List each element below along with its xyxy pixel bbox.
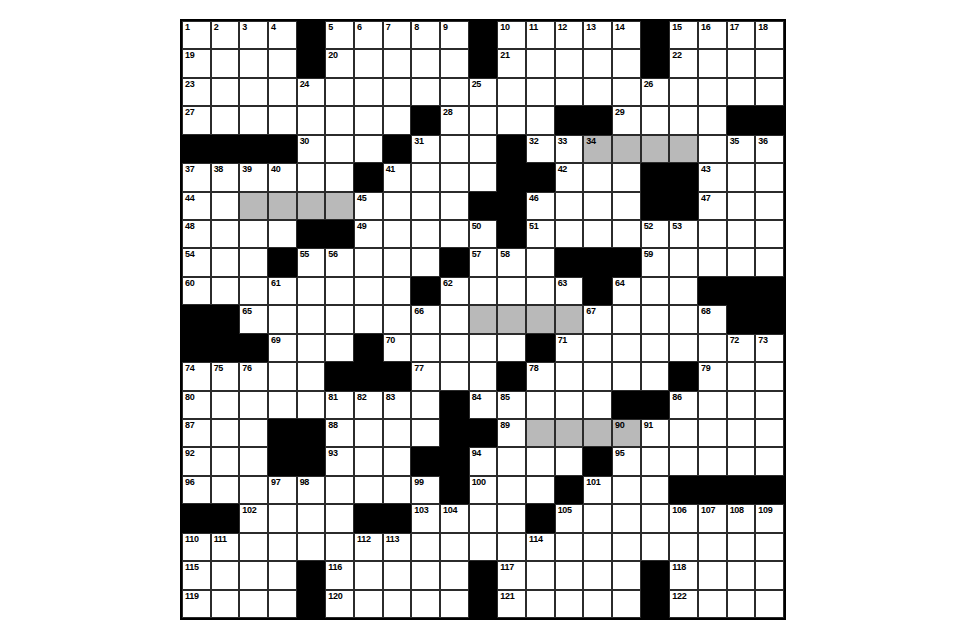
cell-r11c8[interactable] <box>383 305 412 333</box>
cell-r20c14[interactable] <box>555 561 584 589</box>
cell-r17c16[interactable] <box>612 476 641 504</box>
cell-r4c11[interactable] <box>469 106 498 134</box>
cell-r13c20[interactable] <box>727 362 756 390</box>
cell-r20c15[interactable] <box>583 561 612 589</box>
cell-r12c4[interactable]: 69 <box>268 334 297 362</box>
cell-r15c21[interactable] <box>755 419 784 447</box>
cell-r9c9[interactable] <box>411 248 440 276</box>
cell-r3c16[interactable] <box>612 78 641 106</box>
cell-r6c20[interactable] <box>727 163 756 191</box>
cell-r18c10[interactable]: 104 <box>440 504 469 532</box>
cell-r17c2[interactable] <box>211 476 240 504</box>
cell-r2c13[interactable] <box>526 49 555 77</box>
cell-r1c6[interactable]: 5 <box>325 21 354 49</box>
cell-r20c4[interactable] <box>268 561 297 589</box>
cell-r10c17[interactable] <box>641 277 670 305</box>
cell-r1c7[interactable]: 6 <box>354 21 383 49</box>
cell-r12c20[interactable]: 72 <box>727 334 756 362</box>
cell-r2c8[interactable] <box>383 49 412 77</box>
cell-r5c11[interactable] <box>469 135 498 163</box>
cell-r17c4[interactable]: 97 <box>268 476 297 504</box>
cell-r14c3[interactable] <box>239 391 268 419</box>
cell-r4c3[interactable] <box>239 106 268 134</box>
cell-r1c19[interactable]: 16 <box>698 21 727 49</box>
cell-r3c13[interactable] <box>526 78 555 106</box>
cell-r20c19[interactable] <box>698 561 727 589</box>
cell-r19c21[interactable] <box>755 533 784 561</box>
cell-r9c11[interactable]: 57 <box>469 248 498 276</box>
cell-r19c15[interactable] <box>583 533 612 561</box>
cell-r2c3[interactable] <box>239 49 268 77</box>
cell-r6c4[interactable]: 40 <box>268 163 297 191</box>
cell-r10c12[interactable] <box>497 277 526 305</box>
cell-r7c15[interactable] <box>583 192 612 220</box>
cell-r19c10[interactable] <box>440 533 469 561</box>
cell-r1c15[interactable]: 13 <box>583 21 612 49</box>
cell-r6c1[interactable]: 37 <box>182 163 211 191</box>
cell-r6c2[interactable]: 38 <box>211 163 240 191</box>
cell-r19c14[interactable] <box>555 533 584 561</box>
cell-r13c13[interactable]: 78 <box>526 362 555 390</box>
cell-r3c9[interactable] <box>411 78 440 106</box>
cell-r5c18[interactable] <box>669 135 698 163</box>
cell-r20c6[interactable]: 116 <box>325 561 354 589</box>
cell-r18c11[interactable] <box>469 504 498 532</box>
cell-r12c19[interactable] <box>698 334 727 362</box>
cell-r20c18[interactable]: 118 <box>669 561 698 589</box>
cell-r8c11[interactable]: 50 <box>469 220 498 248</box>
cell-r3c4[interactable] <box>268 78 297 106</box>
cell-r14c2[interactable] <box>211 391 240 419</box>
cell-r20c13[interactable] <box>526 561 555 589</box>
cell-r14c13[interactable] <box>526 391 555 419</box>
cell-r11c11[interactable] <box>469 305 498 333</box>
cell-r3c6[interactable] <box>325 78 354 106</box>
cell-r4c2[interactable] <box>211 106 240 134</box>
cell-r7c1[interactable]: 44 <box>182 192 211 220</box>
cell-r20c7[interactable] <box>354 561 383 589</box>
cell-r5c16[interactable] <box>612 135 641 163</box>
cell-r2c6[interactable]: 20 <box>325 49 354 77</box>
cell-r9c17[interactable]: 59 <box>641 248 670 276</box>
cell-r19c6[interactable] <box>325 533 354 561</box>
cell-r10c2[interactable] <box>211 277 240 305</box>
cell-r5c7[interactable] <box>354 135 383 163</box>
cell-r10c14[interactable]: 63 <box>555 277 584 305</box>
cell-r11c15[interactable]: 67 <box>583 305 612 333</box>
cell-r12c18[interactable] <box>669 334 698 362</box>
cell-r12c8[interactable]: 70 <box>383 334 412 362</box>
cell-r1c18[interactable]: 15 <box>669 21 698 49</box>
cell-r16c19[interactable] <box>698 447 727 475</box>
cell-r12c17[interactable] <box>641 334 670 362</box>
cell-r20c9[interactable] <box>411 561 440 589</box>
cell-r13c2[interactable]: 75 <box>211 362 240 390</box>
cell-r21c15[interactable] <box>583 590 612 618</box>
cell-r5c17[interactable] <box>641 135 670 163</box>
cell-r14c15[interactable] <box>583 391 612 419</box>
cell-r6c10[interactable] <box>440 163 469 191</box>
cell-r21c8[interactable] <box>383 590 412 618</box>
cell-r13c17[interactable] <box>641 362 670 390</box>
cell-r20c20[interactable] <box>727 561 756 589</box>
cell-r13c21[interactable] <box>755 362 784 390</box>
cell-r15c14[interactable] <box>555 419 584 447</box>
cell-r5c20[interactable]: 35 <box>727 135 756 163</box>
cell-r8c2[interactable] <box>211 220 240 248</box>
cell-r21c13[interactable] <box>526 590 555 618</box>
cell-r11c6[interactable] <box>325 305 354 333</box>
cell-r19c17[interactable] <box>641 533 670 561</box>
cell-r10c4[interactable]: 61 <box>268 277 297 305</box>
cell-r8c7[interactable]: 49 <box>354 220 383 248</box>
cell-r20c1[interactable]: 115 <box>182 561 211 589</box>
cell-r9c19[interactable] <box>698 248 727 276</box>
cell-r4c12[interactable] <box>497 106 526 134</box>
cell-r19c4[interactable] <box>268 533 297 561</box>
cell-r9c20[interactable] <box>727 248 756 276</box>
cell-r19c8[interactable]: 113 <box>383 533 412 561</box>
cell-r5c14[interactable]: 33 <box>555 135 584 163</box>
cell-r11c4[interactable] <box>268 305 297 333</box>
cell-r15c18[interactable] <box>669 419 698 447</box>
cell-r18c14[interactable]: 105 <box>555 504 584 532</box>
cell-r1c2[interactable]: 2 <box>211 21 240 49</box>
cell-r4c10[interactable]: 28 <box>440 106 469 134</box>
cell-r13c10[interactable] <box>440 362 469 390</box>
cell-r6c15[interactable] <box>583 163 612 191</box>
cell-r21c21[interactable] <box>755 590 784 618</box>
cell-r17c17[interactable] <box>641 476 670 504</box>
cell-r21c3[interactable] <box>239 590 268 618</box>
cell-r2c1[interactable]: 19 <box>182 49 211 77</box>
cell-r17c12[interactable] <box>497 476 526 504</box>
cell-r11c7[interactable] <box>354 305 383 333</box>
cell-r2c12[interactable]: 21 <box>497 49 526 77</box>
cell-r15c7[interactable] <box>354 419 383 447</box>
cell-r21c2[interactable] <box>211 590 240 618</box>
cell-r2c15[interactable] <box>583 49 612 77</box>
cell-r8c8[interactable] <box>383 220 412 248</box>
cell-r6c21[interactable] <box>755 163 784 191</box>
cell-r16c18[interactable] <box>669 447 698 475</box>
cell-r20c12[interactable]: 117 <box>497 561 526 589</box>
cell-r18c15[interactable] <box>583 504 612 532</box>
cell-r1c4[interactable]: 4 <box>268 21 297 49</box>
cell-r18c6[interactable] <box>325 504 354 532</box>
cell-r2c16[interactable] <box>612 49 641 77</box>
cell-r1c12[interactable]: 10 <box>497 21 526 49</box>
cell-r13c16[interactable] <box>612 362 641 390</box>
cell-r17c6[interactable] <box>325 476 354 504</box>
cell-r17c7[interactable] <box>354 476 383 504</box>
cell-r16c17[interactable] <box>641 447 670 475</box>
cell-r3c19[interactable] <box>698 78 727 106</box>
cell-r1c14[interactable]: 12 <box>555 21 584 49</box>
cell-r21c9[interactable] <box>411 590 440 618</box>
cell-r21c14[interactable] <box>555 590 584 618</box>
cell-r18c17[interactable] <box>641 504 670 532</box>
cell-r8c3[interactable] <box>239 220 268 248</box>
cell-r10c10[interactable]: 62 <box>440 277 469 305</box>
cell-r4c1[interactable]: 27 <box>182 106 211 134</box>
cell-r18c5[interactable] <box>297 504 326 532</box>
cell-r4c19[interactable] <box>698 106 727 134</box>
cell-r5c10[interactable] <box>440 135 469 163</box>
cell-r9c6[interactable]: 56 <box>325 248 354 276</box>
cell-r8c10[interactable] <box>440 220 469 248</box>
cell-r3c1[interactable]: 23 <box>182 78 211 106</box>
cell-r16c14[interactable] <box>555 447 584 475</box>
cell-r17c3[interactable] <box>239 476 268 504</box>
cell-r14c5[interactable] <box>297 391 326 419</box>
cell-r16c1[interactable]: 92 <box>182 447 211 475</box>
cell-r16c11[interactable]: 94 <box>469 447 498 475</box>
cell-r1c3[interactable]: 3 <box>239 21 268 49</box>
cell-r16c7[interactable] <box>354 447 383 475</box>
cell-r15c2[interactable] <box>211 419 240 447</box>
cell-r12c16[interactable] <box>612 334 641 362</box>
cell-r2c18[interactable]: 22 <box>669 49 698 77</box>
cell-r12c12[interactable] <box>497 334 526 362</box>
cell-r14c1[interactable]: 80 <box>182 391 211 419</box>
cell-r21c4[interactable] <box>268 590 297 618</box>
cell-r5c15[interactable]: 34 <box>583 135 612 163</box>
cell-r7c14[interactable] <box>555 192 584 220</box>
cell-r6c11[interactable] <box>469 163 498 191</box>
cell-r9c7[interactable] <box>354 248 383 276</box>
cell-r14c7[interactable]: 82 <box>354 391 383 419</box>
cell-r14c11[interactable]: 84 <box>469 391 498 419</box>
cell-r1c20[interactable]: 17 <box>727 21 756 49</box>
cell-r3c8[interactable] <box>383 78 412 106</box>
cell-r8c1[interactable]: 48 <box>182 220 211 248</box>
cell-r3c15[interactable] <box>583 78 612 106</box>
cell-r4c17[interactable] <box>641 106 670 134</box>
cell-r21c10[interactable] <box>440 590 469 618</box>
cell-r16c21[interactable] <box>755 447 784 475</box>
cell-r14c21[interactable] <box>755 391 784 419</box>
cell-r7c2[interactable] <box>211 192 240 220</box>
cell-r2c14[interactable] <box>555 49 584 77</box>
cell-r16c8[interactable] <box>383 447 412 475</box>
cell-r19c11[interactable] <box>469 533 498 561</box>
cell-r7c7[interactable]: 45 <box>354 192 383 220</box>
cell-r14c18[interactable]: 86 <box>669 391 698 419</box>
cell-r10c18[interactable] <box>669 277 698 305</box>
cell-r15c3[interactable] <box>239 419 268 447</box>
cell-r9c21[interactable] <box>755 248 784 276</box>
cell-r19c5[interactable] <box>297 533 326 561</box>
cell-r19c2[interactable]: 111 <box>211 533 240 561</box>
cell-r7c6[interactable] <box>325 192 354 220</box>
cell-r11c19[interactable]: 68 <box>698 305 727 333</box>
cell-r6c19[interactable]: 43 <box>698 163 727 191</box>
cell-r13c11[interactable] <box>469 362 498 390</box>
cell-r19c20[interactable] <box>727 533 756 561</box>
cell-r14c12[interactable]: 85 <box>497 391 526 419</box>
cell-r10c5[interactable] <box>297 277 326 305</box>
cell-r6c5[interactable] <box>297 163 326 191</box>
cell-r1c13[interactable]: 11 <box>526 21 555 49</box>
cell-r15c17[interactable]: 91 <box>641 419 670 447</box>
cell-r2c7[interactable] <box>354 49 383 77</box>
cell-r12c14[interactable]: 71 <box>555 334 584 362</box>
cell-r13c3[interactable]: 76 <box>239 362 268 390</box>
cell-r12c5[interactable] <box>297 334 326 362</box>
cell-r14c8[interactable]: 83 <box>383 391 412 419</box>
cell-r3c5[interactable]: 24 <box>297 78 326 106</box>
cell-r9c18[interactable] <box>669 248 698 276</box>
cell-r4c7[interactable] <box>354 106 383 134</box>
cell-r7c8[interactable] <box>383 192 412 220</box>
cell-r17c9[interactable]: 99 <box>411 476 440 504</box>
cell-r18c16[interactable] <box>612 504 641 532</box>
cell-r10c6[interactable] <box>325 277 354 305</box>
cell-r12c9[interactable] <box>411 334 440 362</box>
cell-r4c5[interactable] <box>297 106 326 134</box>
cell-r9c13[interactable] <box>526 248 555 276</box>
cell-r17c11[interactable]: 100 <box>469 476 498 504</box>
cell-r3c20[interactable] <box>727 78 756 106</box>
cell-r3c11[interactable]: 25 <box>469 78 498 106</box>
cell-r16c20[interactable] <box>727 447 756 475</box>
cell-r19c3[interactable] <box>239 533 268 561</box>
cell-r6c16[interactable] <box>612 163 641 191</box>
cell-r4c16[interactable]: 29 <box>612 106 641 134</box>
cell-r8c14[interactable] <box>555 220 584 248</box>
cell-r14c9[interactable] <box>411 391 440 419</box>
cell-r8c16[interactable] <box>612 220 641 248</box>
cell-r4c8[interactable] <box>383 106 412 134</box>
cell-r21c7[interactable] <box>354 590 383 618</box>
cell-r2c4[interactable] <box>268 49 297 77</box>
cell-r11c9[interactable]: 66 <box>411 305 440 333</box>
cell-r18c19[interactable]: 107 <box>698 504 727 532</box>
cell-r10c16[interactable]: 64 <box>612 277 641 305</box>
cell-r13c14[interactable] <box>555 362 584 390</box>
cell-r16c16[interactable]: 95 <box>612 447 641 475</box>
cell-r7c13[interactable]: 46 <box>526 192 555 220</box>
cell-r5c9[interactable]: 31 <box>411 135 440 163</box>
cell-r16c13[interactable] <box>526 447 555 475</box>
cell-r14c14[interactable] <box>555 391 584 419</box>
cell-r8c21[interactable] <box>755 220 784 248</box>
cell-r20c3[interactable] <box>239 561 268 589</box>
cell-r2c2[interactable] <box>211 49 240 77</box>
cell-r12c11[interactable] <box>469 334 498 362</box>
cell-r11c3[interactable]: 65 <box>239 305 268 333</box>
cell-r8c9[interactable] <box>411 220 440 248</box>
cell-r14c6[interactable]: 81 <box>325 391 354 419</box>
cell-r18c3[interactable]: 102 <box>239 504 268 532</box>
cell-r16c6[interactable]: 93 <box>325 447 354 475</box>
cell-r9c3[interactable] <box>239 248 268 276</box>
cell-r8c18[interactable]: 53 <box>669 220 698 248</box>
cell-r21c12[interactable]: 121 <box>497 590 526 618</box>
cell-r18c4[interactable] <box>268 504 297 532</box>
cell-r1c10[interactable]: 9 <box>440 21 469 49</box>
cell-r6c9[interactable] <box>411 163 440 191</box>
cell-r10c1[interactable]: 60 <box>182 277 211 305</box>
cell-r3c10[interactable] <box>440 78 469 106</box>
cell-r11c5[interactable] <box>297 305 326 333</box>
cell-r16c3[interactable] <box>239 447 268 475</box>
cell-r12c15[interactable] <box>583 334 612 362</box>
cell-r16c2[interactable] <box>211 447 240 475</box>
cell-r9c8[interactable] <box>383 248 412 276</box>
cell-r7c9[interactable] <box>411 192 440 220</box>
cell-r11c13[interactable] <box>526 305 555 333</box>
cell-r11c16[interactable] <box>612 305 641 333</box>
cell-r2c20[interactable] <box>727 49 756 77</box>
cell-r13c15[interactable] <box>583 362 612 390</box>
cell-r17c1[interactable]: 96 <box>182 476 211 504</box>
cell-r7c21[interactable] <box>755 192 784 220</box>
cell-r21c1[interactable]: 119 <box>182 590 211 618</box>
cell-r3c3[interactable] <box>239 78 268 106</box>
cell-r4c6[interactable] <box>325 106 354 134</box>
cell-r19c18[interactable] <box>669 533 698 561</box>
cell-r21c19[interactable] <box>698 590 727 618</box>
cell-r19c13[interactable]: 114 <box>526 533 555 561</box>
cell-r20c10[interactable] <box>440 561 469 589</box>
cell-r15c16[interactable]: 90 <box>612 419 641 447</box>
cell-r18c20[interactable]: 108 <box>727 504 756 532</box>
cell-r13c19[interactable]: 79 <box>698 362 727 390</box>
cell-r13c1[interactable]: 74 <box>182 362 211 390</box>
cell-r2c9[interactable] <box>411 49 440 77</box>
cell-r3c12[interactable] <box>497 78 526 106</box>
cell-r15c12[interactable]: 89 <box>497 419 526 447</box>
cell-r3c2[interactable] <box>211 78 240 106</box>
cell-r19c19[interactable] <box>698 533 727 561</box>
cell-r3c21[interactable] <box>755 78 784 106</box>
cell-r21c16[interactable] <box>612 590 641 618</box>
cell-r17c5[interactable]: 98 <box>297 476 326 504</box>
cell-r20c8[interactable] <box>383 561 412 589</box>
cell-r2c19[interactable] <box>698 49 727 77</box>
cell-r18c9[interactable]: 103 <box>411 504 440 532</box>
cell-r4c4[interactable] <box>268 106 297 134</box>
cell-r18c21[interactable]: 109 <box>755 504 784 532</box>
cell-r18c18[interactable]: 106 <box>669 504 698 532</box>
cell-r15c6[interactable]: 88 <box>325 419 354 447</box>
cell-r15c15[interactable] <box>583 419 612 447</box>
cell-r15c9[interactable] <box>411 419 440 447</box>
cell-r6c8[interactable]: 41 <box>383 163 412 191</box>
cell-r7c16[interactable] <box>612 192 641 220</box>
cell-r19c9[interactable] <box>411 533 440 561</box>
cell-r3c17[interactable]: 26 <box>641 78 670 106</box>
cell-r6c6[interactable] <box>325 163 354 191</box>
cell-r2c10[interactable] <box>440 49 469 77</box>
cell-r8c13[interactable]: 51 <box>526 220 555 248</box>
cell-r1c9[interactable]: 8 <box>411 21 440 49</box>
cell-r7c4[interactable] <box>268 192 297 220</box>
cell-r10c7[interactable] <box>354 277 383 305</box>
cell-r16c12[interactable] <box>497 447 526 475</box>
cell-r10c11[interactable] <box>469 277 498 305</box>
cell-r13c4[interactable] <box>268 362 297 390</box>
cell-r12c21[interactable]: 73 <box>755 334 784 362</box>
cell-r10c13[interactable] <box>526 277 555 305</box>
cell-r8c19[interactable] <box>698 220 727 248</box>
cell-r18c12[interactable] <box>497 504 526 532</box>
cell-r4c18[interactable] <box>669 106 698 134</box>
cell-r13c5[interactable] <box>297 362 326 390</box>
cell-r7c5[interactable] <box>297 192 326 220</box>
